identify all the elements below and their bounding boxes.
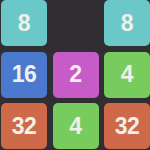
tile-r2c2[interactable]: 2 — [53, 52, 99, 98]
tile-r1c3[interactable]: 8 — [104, 0, 150, 46]
tile-r3c2[interactable]: 4 — [53, 103, 99, 149]
empty-cell-r1c2[interactable] — [53, 0, 99, 46]
tile-r2c3[interactable]: 4 — [104, 52, 150, 98]
tile-r3c3[interactable]: 32 — [104, 103, 150, 149]
tile-r3c1[interactable]: 32 — [1, 103, 47, 149]
tile-r2c1[interactable]: 16 — [1, 52, 47, 98]
game-board[interactable]: 8 8 16 2 4 32 4 32 — [1, 0, 150, 149]
tile-r1c1[interactable]: 8 — [1, 0, 47, 46]
